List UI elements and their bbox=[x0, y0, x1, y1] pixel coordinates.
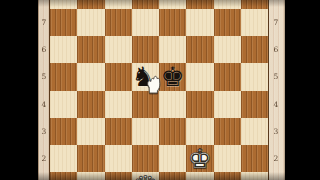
square-e7[interactable] bbox=[159, 9, 186, 36]
square-h3[interactable] bbox=[241, 118, 268, 145]
square-f6[interactable] bbox=[186, 36, 213, 63]
square-g8[interactable] bbox=[214, 0, 241, 9]
rank-label-left-6: 6 bbox=[38, 36, 50, 63]
square-a3[interactable] bbox=[50, 118, 77, 145]
rank-label-left-2: 2 bbox=[38, 145, 50, 172]
square-g2[interactable] bbox=[214, 145, 241, 172]
square-d8[interactable] bbox=[132, 0, 159, 9]
square-c3[interactable] bbox=[105, 118, 132, 145]
square-g5[interactable] bbox=[214, 63, 241, 90]
square-h7[interactable] bbox=[241, 9, 268, 36]
square-g1[interactable] bbox=[214, 172, 241, 180]
rank-label-right-6: 6 bbox=[270, 36, 282, 63]
square-b2[interactable] bbox=[77, 145, 104, 172]
square-f7[interactable] bbox=[186, 9, 213, 36]
square-a5[interactable] bbox=[50, 63, 77, 90]
square-b5[interactable] bbox=[77, 63, 104, 90]
square-f8[interactable] bbox=[186, 0, 213, 9]
piece-white-king-f2[interactable]: ♚ bbox=[186, 145, 213, 172]
square-b7[interactable] bbox=[77, 9, 104, 36]
square-b6[interactable] bbox=[77, 36, 104, 63]
square-b8[interactable] bbox=[77, 0, 104, 9]
square-g3[interactable] bbox=[214, 118, 241, 145]
square-h4[interactable] bbox=[241, 91, 268, 118]
square-a8[interactable] bbox=[50, 0, 77, 9]
rank-label-right-5: 5 bbox=[270, 63, 282, 90]
rank-label-left-5: 5 bbox=[38, 63, 50, 90]
square-c1[interactable] bbox=[105, 172, 132, 180]
square-c4[interactable] bbox=[105, 91, 132, 118]
square-b1[interactable] bbox=[77, 172, 104, 180]
square-e2[interactable] bbox=[159, 145, 186, 172]
square-d2[interactable] bbox=[132, 145, 159, 172]
rank-label-right-2: 2 bbox=[270, 145, 282, 172]
rank-label-right-3: 3 bbox=[270, 118, 282, 145]
square-a6[interactable] bbox=[50, 36, 77, 63]
square-c2[interactable] bbox=[105, 145, 132, 172]
square-d3[interactable] bbox=[132, 118, 159, 145]
square-a4[interactable] bbox=[50, 91, 77, 118]
square-e1[interactable] bbox=[159, 172, 186, 180]
rank-label-right-4: 4 bbox=[270, 91, 282, 118]
square-a1[interactable] bbox=[50, 172, 77, 180]
piece-black-king-e5[interactable]: ♚ bbox=[159, 63, 186, 90]
square-h6[interactable] bbox=[241, 36, 268, 63]
square-c7[interactable] bbox=[105, 9, 132, 36]
square-h8[interactable] bbox=[241, 0, 268, 9]
square-d7[interactable] bbox=[132, 9, 159, 36]
square-f3[interactable] bbox=[186, 118, 213, 145]
piece-white-queen-d1[interactable]: ♛ bbox=[132, 172, 159, 180]
square-h2[interactable] bbox=[241, 145, 268, 172]
square-c8[interactable] bbox=[105, 0, 132, 9]
square-h5[interactable] bbox=[241, 63, 268, 90]
square-f5[interactable] bbox=[186, 63, 213, 90]
rank-label-right-7: 7 bbox=[270, 9, 282, 36]
square-g4[interactable] bbox=[214, 91, 241, 118]
square-d6[interactable] bbox=[132, 36, 159, 63]
square-c6[interactable] bbox=[105, 36, 132, 63]
hand-cursor-icon bbox=[145, 74, 163, 94]
square-e8[interactable] bbox=[159, 0, 186, 9]
square-f4[interactable] bbox=[186, 91, 213, 118]
rank-label-left-3: 3 bbox=[38, 118, 50, 145]
square-e6[interactable] bbox=[159, 36, 186, 63]
square-g6[interactable] bbox=[214, 36, 241, 63]
square-e4[interactable] bbox=[159, 91, 186, 118]
rank-label-left-7: 7 bbox=[38, 9, 50, 36]
square-d4[interactable] bbox=[132, 91, 159, 118]
chess-screenshot: ♞♚♚♛ 776655443322 bbox=[0, 0, 320, 180]
square-g7[interactable] bbox=[214, 9, 241, 36]
square-b4[interactable] bbox=[77, 91, 104, 118]
square-b3[interactable] bbox=[77, 118, 104, 145]
rank-label-left-4: 4 bbox=[38, 91, 50, 118]
square-a2[interactable] bbox=[50, 145, 77, 172]
square-e3[interactable] bbox=[159, 118, 186, 145]
square-c5[interactable] bbox=[105, 63, 132, 90]
square-h1[interactable] bbox=[241, 172, 268, 180]
square-a7[interactable] bbox=[50, 9, 77, 36]
